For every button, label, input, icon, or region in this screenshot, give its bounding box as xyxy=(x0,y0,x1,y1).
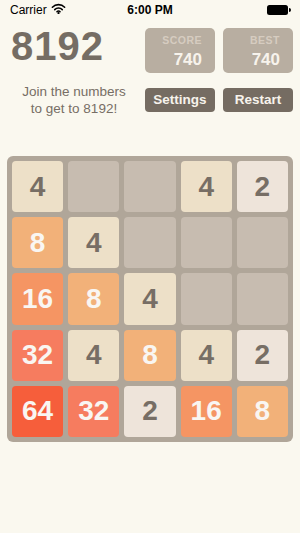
tile-4-r2c2: 4 xyxy=(68,217,119,268)
tile-16-r5c4: 16 xyxy=(181,386,232,437)
phone-screen: Carrier 6:00 PM 8192 Join the numbers to… xyxy=(0,0,300,533)
button-row: Settings Restart xyxy=(145,88,293,112)
tile-64-r5c1: 64 xyxy=(12,386,63,437)
tile-2-r4c5: 2 xyxy=(237,330,288,381)
score-box: SCORE 740 xyxy=(145,28,215,73)
tile-2-r1c5: 2 xyxy=(237,161,288,212)
tile-4-r3c3: 4 xyxy=(124,273,175,324)
battery-icon xyxy=(267,5,288,15)
empty-cell-r1c3 xyxy=(124,161,175,212)
score-label: SCORE xyxy=(145,34,202,46)
settings-button[interactable]: Settings xyxy=(145,88,215,112)
goal-text-line1: Join the numbers xyxy=(0,84,148,101)
score-value: 740 xyxy=(145,50,202,70)
tile-16-r3c1: 16 xyxy=(12,273,63,324)
tile-8-r5c5: 8 xyxy=(237,386,288,437)
tile-4-r1c4: 4 xyxy=(181,161,232,212)
empty-cell-r1c2 xyxy=(68,161,119,212)
tile-8-r4c3: 8 xyxy=(124,330,175,381)
tile-32-r5c2: 32 xyxy=(68,386,119,437)
empty-cell-r3c5 xyxy=(237,273,288,324)
score-row: SCORE 740 BEST 740 xyxy=(145,28,293,73)
tile-8-r3c2: 8 xyxy=(68,273,119,324)
goal-text-line2: to get to 8192! xyxy=(0,101,148,118)
best-value: 740 xyxy=(223,50,280,70)
tile-4-r1c1: 4 xyxy=(12,161,63,212)
page-title: 8192 xyxy=(11,24,104,68)
empty-cell-r2c3 xyxy=(124,217,175,268)
best-box: BEST 740 xyxy=(223,28,293,73)
empty-cell-r2c4 xyxy=(181,217,232,268)
tile-8-r2c1: 8 xyxy=(12,217,63,268)
empty-cell-r3c4 xyxy=(181,273,232,324)
clock-label: 6:00 PM xyxy=(0,3,300,17)
restart-button[interactable]: Restart xyxy=(223,88,293,112)
tile-4-r4c4: 4 xyxy=(181,330,232,381)
best-label: BEST xyxy=(223,34,280,46)
tile-2-r5c3: 2 xyxy=(124,386,175,437)
tile-4-r4c2: 4 xyxy=(68,330,119,381)
empty-cell-r2c5 xyxy=(237,217,288,268)
status-bar: Carrier 6:00 PM xyxy=(0,0,300,20)
game-board[interactable]: 44284168432484264322168 xyxy=(7,156,293,442)
goal-text: Join the numbers to get to 8192! xyxy=(0,84,148,117)
tile-32-r4c1: 32 xyxy=(12,330,63,381)
